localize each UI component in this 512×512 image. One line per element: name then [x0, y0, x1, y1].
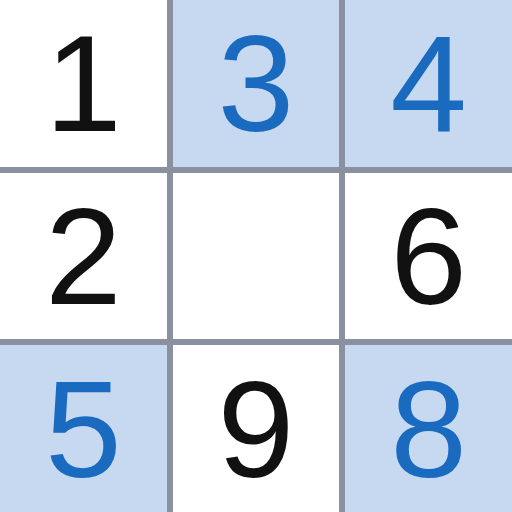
cell-digit: 9	[218, 360, 295, 498]
cell-digit: 1	[45, 14, 122, 152]
cell-digit: 4	[390, 14, 467, 152]
cell-r1c2[interactable]: 6	[345, 173, 512, 340]
cell-digit: 5	[45, 360, 122, 498]
cell-r2c2[interactable]: 8	[345, 345, 512, 512]
cell-r0c2[interactable]: 4	[345, 0, 512, 167]
cell-r1c1[interactable]	[173, 173, 340, 340]
cell-r2c0[interactable]: 5	[0, 345, 167, 512]
cell-digit: 6	[390, 187, 467, 325]
cell-r0c0[interactable]: 1	[0, 0, 167, 167]
cell-r0c1[interactable]: 3	[173, 0, 340, 167]
cell-r1c0[interactable]: 2	[0, 173, 167, 340]
cell-digit: 3	[218, 14, 295, 152]
cell-digit: 2	[45, 187, 122, 325]
cell-r2c1[interactable]: 9	[173, 345, 340, 512]
cell-digit: 8	[390, 360, 467, 498]
sudoku-board: 13426598	[0, 0, 512, 512]
